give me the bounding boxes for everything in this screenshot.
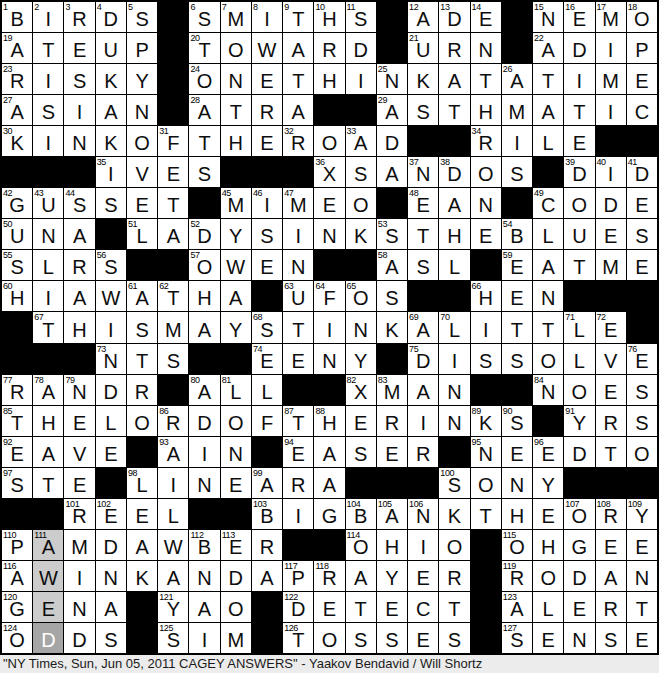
grid-cell-r10c6[interactable]: 62T	[158, 281, 188, 311]
grid-cell-r4c3[interactable]: I	[64, 95, 94, 125]
grid-cell-r21c19[interactable]: N	[564, 623, 594, 653]
grid-cell-r12c11[interactable]: N	[314, 344, 344, 374]
grid-cell-r18c4[interactable]: D	[96, 530, 126, 560]
grid-cell-r4c17[interactable]: M	[502, 95, 532, 125]
grid-cell-r9c3[interactable]: R	[64, 250, 94, 280]
grid-cell-r6c11[interactable]: 36X	[314, 157, 344, 187]
grid-cell-r5c11[interactable]: O	[314, 126, 344, 156]
grid-cell-r15c17[interactable]: E	[502, 437, 532, 467]
grid-cell-r4c19[interactable]: T	[564, 95, 594, 125]
grid-cell-r17c14[interactable]: 106N	[408, 499, 438, 529]
grid-cell-r4c15[interactable]: T	[439, 95, 469, 125]
grid-cell-r7c6[interactable]: T	[158, 188, 188, 218]
grid-cell-r15c1[interactable]: 92E	[2, 437, 32, 467]
grid-cell-r18c17[interactable]: 115O	[502, 530, 532, 560]
grid-cell-r16c15[interactable]: 100S	[439, 468, 469, 498]
grid-cell-r17c19[interactable]: 107O	[564, 499, 594, 529]
grid-cell-r12c14[interactable]: 75D	[408, 344, 438, 374]
grid-cell-r12c19[interactable]: L	[564, 344, 594, 374]
grid-cell-r5c6[interactable]: 31F	[158, 126, 188, 156]
grid-cell-r13c4[interactable]: D	[96, 375, 126, 405]
grid-cell-r15c2[interactable]: A	[33, 437, 63, 467]
grid-cell-r7c3[interactable]: 44S	[64, 188, 94, 218]
grid-cell-r16c6[interactable]: I	[158, 468, 188, 498]
grid-cell-r6c7[interactable]: S	[189, 157, 219, 187]
grid-cell-r1c14[interactable]: 12A	[408, 2, 438, 32]
grid-cell-r2c19[interactable]: D	[564, 33, 594, 63]
grid-cell-r13c7[interactable]: 80A	[189, 375, 219, 405]
grid-cell-r4c7[interactable]: 28A	[189, 95, 219, 125]
grid-cell-r21c21[interactable]: E	[627, 623, 657, 653]
grid-cell-r12c18[interactable]: O	[533, 344, 563, 374]
grid-cell-r6c20[interactable]: 40I	[596, 157, 626, 187]
grid-cell-r10c17[interactable]: E	[502, 281, 532, 311]
grid-cell-r11c6[interactable]: M	[158, 312, 188, 342]
grid-cell-r8c14[interactable]: T	[408, 219, 438, 249]
grid-cell-r1c5[interactable]: 5S	[127, 2, 157, 32]
grid-cell-r14c12[interactable]: E	[346, 406, 376, 436]
grid-cell-r18c18[interactable]: H	[533, 530, 563, 560]
grid-cell-r19c10[interactable]: 117P	[283, 561, 313, 591]
grid-cell-r18c6[interactable]: W	[158, 530, 188, 560]
grid-cell-r14c3[interactable]: E	[64, 406, 94, 436]
grid-cell-r14c1[interactable]: 85T	[2, 406, 32, 436]
grid-cell-r7c4[interactable]: S	[96, 188, 126, 218]
grid-cell-r15c4[interactable]: E	[96, 437, 126, 467]
grid-cell-r20c14[interactable]: C	[408, 592, 438, 622]
grid-cell-r2c9[interactable]: W	[252, 33, 282, 63]
grid-cell-r3c19[interactable]: I	[564, 64, 594, 94]
grid-cell-r21c2[interactable]: D	[33, 623, 63, 653]
grid-cell-r2c21[interactable]: P	[627, 33, 657, 63]
grid-cell-r15c3[interactable]: V	[64, 437, 94, 467]
grid-cell-r21c12[interactable]: S	[346, 623, 376, 653]
grid-cell-r12c4[interactable]: 73N	[96, 344, 126, 374]
grid-cell-r7c11[interactable]: E	[314, 188, 344, 218]
grid-cell-r18c1[interactable]: 110P	[2, 530, 32, 560]
grid-cell-r2c3[interactable]: E	[64, 33, 94, 63]
grid-cell-r20c20[interactable]: R	[596, 592, 626, 622]
grid-cell-r13c12[interactable]: 82X	[346, 375, 376, 405]
grid-cell-r21c20[interactable]: S	[596, 623, 626, 653]
grid-cell-r16c3[interactable]: E	[64, 468, 94, 498]
grid-cell-r8c1[interactable]: 50U	[2, 219, 32, 249]
grid-cell-r15c12[interactable]: S	[346, 437, 376, 467]
grid-cell-r20c10[interactable]: 122D	[283, 592, 313, 622]
grid-cell-r17c3[interactable]: 101R	[64, 499, 94, 529]
grid-cell-r21c17[interactable]: 127S	[502, 623, 532, 653]
grid-cell-r8c18[interactable]: L	[533, 219, 563, 249]
grid-cell-r12c9[interactable]: 74E	[252, 344, 282, 374]
grid-cell-r16c2[interactable]: T	[33, 468, 63, 498]
grid-cell-r4c5[interactable]: N	[127, 95, 157, 125]
grid-cell-r13c9[interactable]: L	[252, 375, 282, 405]
grid-cell-r2c20[interactable]: I	[596, 33, 626, 63]
grid-cell-r5c4[interactable]: K	[96, 126, 126, 156]
grid-cell-r4c2[interactable]: S	[33, 95, 63, 125]
grid-cell-r9c9[interactable]: E	[252, 250, 282, 280]
grid-cell-r3c3[interactable]: S	[64, 64, 94, 94]
grid-cell-r6c6[interactable]: E	[158, 157, 188, 187]
grid-cell-r17c11[interactable]: G	[314, 499, 344, 529]
grid-cell-r3c16[interactable]: T	[471, 64, 501, 94]
grid-cell-r14c5[interactable]: O	[127, 406, 157, 436]
grid-cell-r9c2[interactable]: L	[33, 250, 63, 280]
grid-cell-r14c6[interactable]: 86R	[158, 406, 188, 436]
grid-cell-r18c19[interactable]: G	[564, 530, 594, 560]
grid-cell-r6c16[interactable]: O	[471, 157, 501, 187]
grid-cell-r11c4[interactable]: I	[96, 312, 126, 342]
grid-cell-r14c7[interactable]: D	[189, 406, 219, 436]
grid-cell-r7c9[interactable]: 46I	[252, 188, 282, 218]
grid-cell-r9c17[interactable]: 59E	[502, 250, 532, 280]
grid-cell-r5c10[interactable]: 32R	[283, 126, 313, 156]
grid-cell-r13c8[interactable]: 81L	[221, 375, 251, 405]
grid-cell-r21c10[interactable]: 126T	[283, 623, 313, 653]
grid-cell-r5c3[interactable]: N	[64, 126, 94, 156]
grid-cell-r20c3[interactable]: N	[64, 592, 94, 622]
grid-cell-r18c3[interactable]: M	[64, 530, 94, 560]
grid-cell-r9c18[interactable]: A	[533, 250, 563, 280]
grid-cell-r8c19[interactable]: U	[564, 219, 594, 249]
grid-cell-r12c15[interactable]: I	[439, 344, 469, 374]
grid-cell-r2c15[interactable]: R	[439, 33, 469, 63]
grid-cell-r13c21[interactable]: S	[627, 375, 657, 405]
grid-cell-r2c2[interactable]: T	[33, 33, 63, 63]
grid-cell-r1c10[interactable]: 9T	[283, 2, 313, 32]
grid-cell-r18c21[interactable]: E	[627, 530, 657, 560]
grid-cell-r11c8[interactable]: Y	[221, 312, 251, 342]
grid-cell-r8c5[interactable]: 51L	[127, 219, 157, 249]
grid-cell-r20c13[interactable]: E	[377, 592, 407, 622]
grid-cell-r11c2[interactable]: 67T	[33, 312, 63, 342]
grid-cell-r2c11[interactable]: R	[314, 33, 344, 63]
grid-cell-r16c17[interactable]: N	[502, 468, 532, 498]
grid-cell-r13c5[interactable]: R	[127, 375, 157, 405]
grid-cell-r11c3[interactable]: H	[64, 312, 94, 342]
grid-cell-r1c8[interactable]: 7M	[221, 2, 251, 32]
grid-cell-r7c15[interactable]: A	[439, 188, 469, 218]
grid-cell-r17c21[interactable]: 109Y	[627, 499, 657, 529]
grid-cell-r1c20[interactable]: 17M	[596, 2, 626, 32]
grid-cell-r12c16[interactable]: S	[471, 344, 501, 374]
grid-cell-r7c12[interactable]: O	[346, 188, 376, 218]
grid-cell-r5c9[interactable]: E	[252, 126, 282, 156]
grid-cell-r18c15[interactable]: O	[439, 530, 469, 560]
grid-cell-r12c10[interactable]: E	[283, 344, 313, 374]
grid-cell-r4c21[interactable]: C	[627, 95, 657, 125]
grid-cell-r20c12[interactable]: T	[346, 592, 376, 622]
grid-cell-r7c5[interactable]: E	[127, 188, 157, 218]
grid-cell-r10c16[interactable]: 66H	[471, 281, 501, 311]
grid-cell-r11c5[interactable]: S	[127, 312, 157, 342]
grid-cell-r19c8[interactable]: D	[221, 561, 251, 591]
grid-cell-r11c17[interactable]: T	[502, 312, 532, 342]
grid-cell-r7c19[interactable]: O	[564, 188, 594, 218]
grid-cell-r9c7[interactable]: 57O	[189, 250, 219, 280]
grid-cell-r20c1[interactable]: 120G	[2, 592, 32, 622]
grid-cell-r3c9[interactable]: E	[252, 64, 282, 94]
grid-cell-r1c15[interactable]: 13D	[439, 2, 469, 32]
grid-cell-r10c3[interactable]: A	[64, 281, 94, 311]
grid-cell-r17c13[interactable]: 105A	[377, 499, 407, 529]
grid-cell-r17c17[interactable]: H	[502, 499, 532, 529]
grid-cell-r3c21[interactable]: E	[627, 64, 657, 94]
grid-cell-r11c19[interactable]: 71L	[564, 312, 594, 342]
grid-cell-r18c13[interactable]: H	[377, 530, 407, 560]
grid-cell-r11c20[interactable]: 72E	[596, 312, 626, 342]
grid-cell-r8c13[interactable]: 53S	[377, 219, 407, 249]
grid-cell-r14c19[interactable]: 91Y	[564, 406, 594, 436]
grid-cell-r3c1[interactable]: 23R	[2, 64, 32, 94]
grid-cell-r3c11[interactable]: H	[314, 64, 344, 94]
grid-cell-r12c20[interactable]: V	[596, 344, 626, 374]
grid-cell-r15c19[interactable]: D	[564, 437, 594, 467]
grid-cell-r8c2[interactable]: N	[33, 219, 63, 249]
grid-cell-r1c9[interactable]: 8I	[252, 2, 282, 32]
grid-cell-r12c5[interactable]: T	[127, 344, 157, 374]
grid-cell-r2c5[interactable]: P	[127, 33, 157, 63]
grid-cell-r19c18[interactable]: O	[533, 561, 563, 591]
grid-cell-r6c4[interactable]: 35I	[96, 157, 126, 187]
grid-cell-r21c7[interactable]: I	[189, 623, 219, 653]
grid-cell-r4c18[interactable]: A	[533, 95, 563, 125]
grid-cell-r18c12[interactable]: 114O	[346, 530, 376, 560]
grid-cell-r17c18[interactable]: E	[533, 499, 563, 529]
grid-cell-r1c16[interactable]: 14E	[471, 2, 501, 32]
grid-cell-r11c9[interactable]: 68S	[252, 312, 282, 342]
grid-cell-r4c20[interactable]: I	[596, 95, 626, 125]
grid-cell-r19c14[interactable]: E	[408, 561, 438, 591]
grid-cell-r7c20[interactable]: D	[596, 188, 626, 218]
grid-cell-r15c18[interactable]: 96E	[533, 437, 563, 467]
grid-cell-r4c1[interactable]: 27A	[2, 95, 32, 125]
grid-cell-r18c2[interactable]: 111A	[33, 530, 63, 560]
grid-cell-r12c21[interactable]: 76E	[627, 344, 657, 374]
grid-cell-r8c17[interactable]: 54B	[502, 219, 532, 249]
grid-cell-r10c11[interactable]: 64F	[314, 281, 344, 311]
grid-cell-r1c7[interactable]: 6S	[189, 2, 219, 32]
grid-cell-r11c15[interactable]: 70L	[439, 312, 469, 342]
grid-cell-r5c13[interactable]: D	[377, 126, 407, 156]
grid-cell-r6c21[interactable]: 41D	[627, 157, 657, 187]
grid-cell-r19c6[interactable]: A	[158, 561, 188, 591]
grid-cell-r18c20[interactable]: E	[596, 530, 626, 560]
grid-cell-r13c14[interactable]: A	[408, 375, 438, 405]
grid-cell-r17c5[interactable]: E	[127, 499, 157, 529]
grid-cell-r14c9[interactable]: F	[252, 406, 282, 436]
grid-cell-r15c8[interactable]: N	[221, 437, 251, 467]
grid-cell-r17c6[interactable]: L	[158, 499, 188, 529]
grid-cell-r6c15[interactable]: 38D	[439, 157, 469, 187]
grid-cell-r14c16[interactable]: 89K	[471, 406, 501, 436]
grid-cell-r13c1[interactable]: 77R	[2, 375, 32, 405]
grid-cell-r8c16[interactable]: E	[471, 219, 501, 249]
grid-cell-r5c1[interactable]: 30K	[2, 126, 32, 156]
grid-cell-r4c10[interactable]: A	[283, 95, 313, 125]
grid-cell-r3c17[interactable]: 26A	[502, 64, 532, 94]
grid-cell-r6c12[interactable]: S	[346, 157, 376, 187]
grid-cell-r19c7[interactable]: N	[189, 561, 219, 591]
grid-cell-r6c17[interactable]: S	[502, 157, 532, 187]
grid-cell-r9c13[interactable]: 58A	[377, 250, 407, 280]
grid-cell-r18c7[interactable]: 112B	[189, 530, 219, 560]
grid-cell-r10c1[interactable]: 60H	[2, 281, 32, 311]
grid-cell-r5c12[interactable]: 33A	[346, 126, 376, 156]
grid-cell-r2c12[interactable]: D	[346, 33, 376, 63]
grid-cell-r19c21[interactable]: N	[627, 561, 657, 591]
grid-cell-r14c4[interactable]: L	[96, 406, 126, 436]
grid-cell-r19c12[interactable]: A	[346, 561, 376, 591]
grid-cell-r8c11[interactable]: N	[314, 219, 344, 249]
grid-cell-r14c15[interactable]: N	[439, 406, 469, 436]
grid-cell-r19c3[interactable]: I	[64, 561, 94, 591]
grid-cell-r21c11[interactable]: O	[314, 623, 344, 653]
grid-cell-r15c21[interactable]: O	[627, 437, 657, 467]
grid-cell-r18c14[interactable]: I	[408, 530, 438, 560]
grid-cell-r15c6[interactable]: 93A	[158, 437, 188, 467]
grid-cell-r14c2[interactable]: H	[33, 406, 63, 436]
grid-cell-r19c5[interactable]: K	[127, 561, 157, 591]
grid-cell-r14c13[interactable]: R	[377, 406, 407, 436]
grid-cell-r1c2[interactable]: 2I	[33, 2, 63, 32]
grid-cell-r17c10[interactable]: I	[283, 499, 313, 529]
grid-cell-r20c17[interactable]: 123A	[502, 592, 532, 622]
grid-cell-r18c8[interactable]: 113E	[221, 530, 251, 560]
grid-cell-r16c5[interactable]: 98L	[127, 468, 157, 498]
grid-cell-r10c8[interactable]: A	[221, 281, 251, 311]
grid-cell-r5c16[interactable]: 34R	[471, 126, 501, 156]
grid-cell-r20c19[interactable]: E	[564, 592, 594, 622]
grid-cell-r14c20[interactable]: R	[596, 406, 626, 436]
grid-cell-r5c18[interactable]: L	[533, 126, 563, 156]
grid-cell-r17c15[interactable]: K	[439, 499, 469, 529]
grid-cell-r16c11[interactable]: A	[314, 468, 344, 498]
grid-cell-r16c9[interactable]: 99A	[252, 468, 282, 498]
grid-cell-r18c5[interactable]: A	[127, 530, 157, 560]
grid-cell-r11c10[interactable]: T	[283, 312, 313, 342]
grid-cell-r17c12[interactable]: 104B	[346, 499, 376, 529]
grid-cell-r16c16[interactable]: O	[471, 468, 501, 498]
grid-cell-r10c12[interactable]: 65O	[346, 281, 376, 311]
grid-cell-r1c1[interactable]: 1B	[2, 2, 32, 32]
grid-cell-r10c13[interactable]: S	[377, 281, 407, 311]
grid-cell-r20c8[interactable]: O	[221, 592, 251, 622]
grid-cell-r19c2[interactable]: W	[33, 561, 63, 591]
grid-cell-r3c15[interactable]: A	[439, 64, 469, 94]
grid-cell-r20c21[interactable]: T	[627, 592, 657, 622]
grid-cell-r21c14[interactable]: E	[408, 623, 438, 653]
grid-cell-r8c9[interactable]: S	[252, 219, 282, 249]
grid-cell-r2c16[interactable]: N	[471, 33, 501, 63]
grid-cell-r5c5[interactable]: O	[127, 126, 157, 156]
grid-cell-r16c10[interactable]: R	[283, 468, 313, 498]
grid-cell-r17c9[interactable]: 103B	[252, 499, 282, 529]
grid-cell-r3c4[interactable]: K	[96, 64, 126, 94]
grid-cell-r2c4[interactable]: U	[96, 33, 126, 63]
grid-cell-r5c19[interactable]: E	[564, 126, 594, 156]
grid-cell-r12c6[interactable]: S	[158, 344, 188, 374]
grid-cell-r4c8[interactable]: T	[221, 95, 251, 125]
grid-cell-r11c14[interactable]: 69A	[408, 312, 438, 342]
grid-cell-r4c16[interactable]: H	[471, 95, 501, 125]
grid-cell-r8c6[interactable]: A	[158, 219, 188, 249]
grid-cell-r1c4[interactable]: 4D	[96, 2, 126, 32]
grid-cell-r13c20[interactable]: E	[596, 375, 626, 405]
grid-cell-r5c8[interactable]: H	[221, 126, 251, 156]
grid-cell-r10c7[interactable]: H	[189, 281, 219, 311]
grid-cell-r19c15[interactable]: R	[439, 561, 469, 591]
grid-cell-r12c17[interactable]: S	[502, 344, 532, 374]
grid-cell-r1c18[interactable]: 15N	[533, 2, 563, 32]
grid-cell-r8c3[interactable]: A	[64, 219, 94, 249]
grid-cell-r10c18[interactable]: N	[533, 281, 563, 311]
grid-cell-r11c12[interactable]: N	[346, 312, 376, 342]
grid-cell-r18c9[interactable]: R	[252, 530, 282, 560]
grid-cell-r20c2[interactable]: E	[33, 592, 63, 622]
grid-cell-r3c7[interactable]: 24O	[189, 64, 219, 94]
grid-cell-r11c16[interactable]: I	[471, 312, 501, 342]
grid-cell-r2c18[interactable]: 22A	[533, 33, 563, 63]
grid-cell-r21c13[interactable]: S	[377, 623, 407, 653]
grid-cell-r13c19[interactable]: O	[564, 375, 594, 405]
grid-cell-r16c1[interactable]: 97S	[2, 468, 32, 498]
grid-cell-r16c8[interactable]: E	[221, 468, 251, 498]
grid-cell-r8c10[interactable]: I	[283, 219, 313, 249]
grid-cell-r2c10[interactable]: A	[283, 33, 313, 63]
grid-cell-r4c4[interactable]: A	[96, 95, 126, 125]
grid-cell-r20c18[interactable]: L	[533, 592, 563, 622]
grid-cell-r3c20[interactable]: M	[596, 64, 626, 94]
grid-cell-r6c19[interactable]: 39D	[564, 157, 594, 187]
grid-cell-r21c6[interactable]: 125S	[158, 623, 188, 653]
grid-cell-r8c20[interactable]: E	[596, 219, 626, 249]
grid-cell-r2c1[interactable]: 19A	[2, 33, 32, 63]
grid-cell-r14c11[interactable]: 88H	[314, 406, 344, 436]
grid-cell-r5c17[interactable]: I	[502, 126, 532, 156]
grid-cell-r2c14[interactable]: 21U	[408, 33, 438, 63]
grid-cell-r1c12[interactable]: 11S	[346, 2, 376, 32]
grid-cell-r13c15[interactable]: N	[439, 375, 469, 405]
grid-cell-r21c4[interactable]: S	[96, 623, 126, 653]
grid-cell-r4c14[interactable]: S	[408, 95, 438, 125]
grid-cell-r9c15[interactable]: L	[439, 250, 469, 280]
grid-cell-r15c13[interactable]: E	[377, 437, 407, 467]
grid-cell-r3c5[interactable]: Y	[127, 64, 157, 94]
grid-cell-r19c13[interactable]: Y	[377, 561, 407, 591]
grid-cell-r8c7[interactable]: 52D	[189, 219, 219, 249]
grid-cell-r21c1[interactable]: 124O	[2, 623, 32, 653]
grid-cell-r9c20[interactable]: M	[596, 250, 626, 280]
grid-cell-r14c21[interactable]: S	[627, 406, 657, 436]
grid-cell-r3c12[interactable]: I	[346, 64, 376, 94]
grid-cell-r19c1[interactable]: 116A	[2, 561, 32, 591]
grid-cell-r15c20[interactable]: T	[596, 437, 626, 467]
grid-cell-r1c3[interactable]: 3R	[64, 2, 94, 32]
grid-cell-r10c5[interactable]: 61A	[127, 281, 157, 311]
grid-cell-r19c4[interactable]: N	[96, 561, 126, 591]
grid-cell-r19c19[interactable]: D	[564, 561, 594, 591]
grid-cell-r2c7[interactable]: 20T	[189, 33, 219, 63]
grid-cell-r13c13[interactable]: 83M	[377, 375, 407, 405]
grid-cell-r14c8[interactable]: O	[221, 406, 251, 436]
grid-cell-r10c10[interactable]: 63U	[283, 281, 313, 311]
grid-cell-r17c4[interactable]: 102E	[96, 499, 126, 529]
grid-cell-r21c3[interactable]: D	[64, 623, 94, 653]
grid-cell-r3c14[interactable]: K	[408, 64, 438, 94]
grid-cell-r8c21[interactable]: S	[627, 219, 657, 249]
grid-cell-r11c11[interactable]: I	[314, 312, 344, 342]
